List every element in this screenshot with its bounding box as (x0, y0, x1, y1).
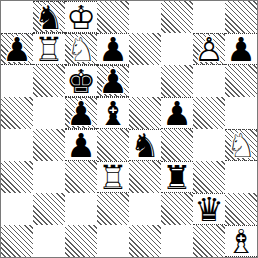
chess-board: ♞♞♚♔♟♟♜♖♞♘♟♟♟♙♟♟♚♚♟♟♟♟♝♝♟♟♟♟♞♞♞♘♜♖♜♜♛♛♝♗ (0, 0, 258, 258)
square-d7[interactable]: ♟♟ (97, 33, 129, 65)
piece-black-pawn: ♟ (97, 34, 129, 64)
square-a5[interactable] (1, 97, 33, 129)
square-e2[interactable] (129, 193, 161, 225)
square-h3[interactable] (225, 161, 257, 193)
square-c1[interactable] (65, 225, 97, 257)
square-f1[interactable] (161, 225, 193, 257)
square-c5[interactable]: ♟♟ (65, 97, 97, 129)
square-e8[interactable] (129, 1, 161, 33)
piece-halo: ♟ (97, 34, 129, 64)
piece-halo: ♟ (65, 130, 97, 160)
square-a2[interactable] (1, 193, 33, 225)
piece-halo: ♞ (65, 34, 97, 64)
piece-white-bishop: ♗ (225, 226, 257, 256)
square-h5[interactable] (225, 97, 257, 129)
square-e3[interactable] (129, 161, 161, 193)
piece-black-knight: ♞ (129, 130, 161, 160)
square-d2[interactable] (97, 193, 129, 225)
piece-halo: ♞ (129, 130, 161, 160)
square-e6[interactable] (129, 65, 161, 97)
square-g2[interactable]: ♛♛ (193, 193, 225, 225)
square-e7[interactable] (129, 33, 161, 65)
piece-white-rook: ♖ (33, 34, 65, 64)
square-d8[interactable] (97, 1, 129, 33)
piece-halo: ♜ (33, 34, 65, 64)
square-h8[interactable] (225, 1, 257, 33)
square-a6[interactable] (1, 65, 33, 97)
square-g4[interactable] (193, 129, 225, 161)
piece-black-pawn: ♟ (225, 34, 257, 64)
piece-white-pawn: ♙ (193, 34, 225, 64)
square-g7[interactable]: ♟♙ (193, 33, 225, 65)
square-e5[interactable] (129, 97, 161, 129)
square-f5[interactable]: ♟♟ (161, 97, 193, 129)
square-b6[interactable] (33, 65, 65, 97)
piece-black-rook: ♜ (161, 162, 193, 192)
piece-white-rook: ♖ (97, 162, 129, 192)
square-a7[interactable]: ♟♟ (1, 33, 33, 65)
square-g5[interactable] (193, 97, 225, 129)
square-a3[interactable] (1, 161, 33, 193)
square-g3[interactable] (193, 161, 225, 193)
piece-black-pawn: ♟ (1, 34, 33, 64)
square-h4[interactable]: ♞♘ (225, 129, 257, 161)
piece-halo: ♚ (65, 66, 97, 96)
square-e1[interactable] (129, 225, 161, 257)
piece-halo: ♟ (97, 66, 129, 96)
square-b8[interactable]: ♞♞ (33, 1, 65, 33)
square-g1[interactable] (193, 225, 225, 257)
piece-halo: ♟ (193, 34, 225, 64)
square-a4[interactable] (1, 129, 33, 161)
square-c4[interactable]: ♟♟ (65, 129, 97, 161)
square-g8[interactable] (193, 1, 225, 33)
square-b1[interactable] (33, 225, 65, 257)
square-h6[interactable] (225, 65, 257, 97)
piece-black-queen: ♛ (193, 194, 225, 224)
square-g6[interactable] (193, 65, 225, 97)
square-h2[interactable] (225, 193, 257, 225)
piece-halo: ♜ (161, 162, 193, 192)
piece-halo: ♜ (97, 162, 129, 192)
square-c3[interactable] (65, 161, 97, 193)
square-h7[interactable]: ♟♟ (225, 33, 257, 65)
square-f2[interactable] (161, 193, 193, 225)
square-f8[interactable] (161, 1, 193, 33)
square-a8[interactable] (1, 1, 33, 33)
piece-black-pawn: ♟ (97, 66, 129, 96)
piece-halo: ♛ (193, 194, 225, 224)
square-f4[interactable] (161, 129, 193, 161)
piece-black-pawn: ♟ (65, 130, 97, 160)
square-e4[interactable]: ♞♞ (129, 129, 161, 161)
square-h1[interactable]: ♝♗ (225, 225, 257, 257)
square-c6[interactable]: ♚♚ (65, 65, 97, 97)
square-f3[interactable]: ♜♜ (161, 161, 193, 193)
piece-black-king: ♚ (65, 66, 97, 96)
piece-halo: ♞ (225, 130, 257, 160)
square-f6[interactable] (161, 65, 193, 97)
square-c8[interactable]: ♚♔ (65, 1, 97, 33)
piece-halo: ♝ (97, 98, 129, 128)
square-b3[interactable] (33, 161, 65, 193)
square-c7[interactable]: ♞♘ (65, 33, 97, 65)
piece-halo: ♞ (33, 2, 65, 32)
square-f7[interactable] (161, 33, 193, 65)
piece-black-knight: ♞ (33, 2, 65, 32)
square-d5[interactable]: ♝♝ (97, 97, 129, 129)
square-a1[interactable] (1, 225, 33, 257)
piece-halo: ♚ (65, 2, 97, 32)
piece-halo: ♝ (225, 226, 257, 256)
square-d1[interactable] (97, 225, 129, 257)
square-b2[interactable] (33, 193, 65, 225)
piece-black-pawn: ♟ (161, 98, 193, 128)
piece-black-bishop: ♝ (97, 98, 129, 128)
piece-black-pawn: ♟ (65, 98, 97, 128)
piece-white-knight: ♘ (65, 34, 97, 64)
piece-white-knight: ♘ (225, 130, 257, 160)
square-b4[interactable] (33, 129, 65, 161)
piece-halo: ♟ (161, 98, 193, 128)
square-d6[interactable]: ♟♟ (97, 65, 129, 97)
piece-white-king: ♔ (65, 2, 97, 32)
piece-halo: ♟ (65, 98, 97, 128)
piece-halo: ♟ (1, 34, 33, 64)
piece-halo: ♟ (225, 34, 257, 64)
square-b7[interactable]: ♜♖ (33, 33, 65, 65)
square-b5[interactable] (33, 97, 65, 129)
square-d4[interactable] (97, 129, 129, 161)
square-c2[interactable] (65, 193, 97, 225)
square-d3[interactable]: ♜♖ (97, 161, 129, 193)
